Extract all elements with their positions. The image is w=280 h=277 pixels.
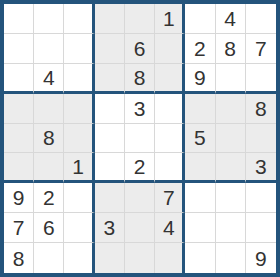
sudoku-cell-r1c3[interactable]	[64, 4, 94, 34]
sudoku-cell-r4c2[interactable]	[34, 94, 64, 124]
sudoku-cell-r4c5[interactable]: 3	[125, 94, 155, 124]
sudoku-cell-r5c3[interactable]	[64, 124, 94, 154]
sudoku-cell-r9c3[interactable]	[64, 243, 94, 273]
sudoku-cell-r9c9[interactable]: 9	[246, 243, 276, 273]
sudoku-cell-r6c9[interactable]: 3	[246, 153, 276, 183]
sudoku-cell-r8c3[interactable]	[64, 213, 94, 243]
sudoku-cell-r5c5[interactable]	[125, 124, 155, 154]
sudoku-cell-r2c1[interactable]	[4, 34, 34, 64]
sudoku-cell-r7c2[interactable]: 2	[34, 183, 64, 213]
sudoku-cell-r5c7[interactable]: 5	[185, 124, 215, 154]
sudoku-cell-r6c8[interactable]	[216, 153, 246, 183]
sudoku-cell-r1c6[interactable]: 1	[155, 4, 185, 34]
sudoku-cell-r1c7[interactable]	[185, 4, 215, 34]
sudoku-cell-r6c7[interactable]	[185, 153, 215, 183]
sudoku-cell-r6c5[interactable]: 2	[125, 153, 155, 183]
sudoku-cell-r3c7[interactable]: 9	[185, 64, 215, 94]
sudoku-cell-r9c8[interactable]	[216, 243, 246, 273]
sudoku-cell-r4c9[interactable]: 8	[246, 94, 276, 124]
sudoku-cell-r7c6[interactable]: 7	[155, 183, 185, 213]
sudoku-cell-r6c1[interactable]	[4, 153, 34, 183]
sudoku-cell-r8c1[interactable]: 7	[4, 213, 34, 243]
sudoku-cell-r8c4[interactable]: 3	[95, 213, 125, 243]
sudoku-cell-r5c9[interactable]	[246, 124, 276, 154]
sudoku-board: 1462874893885123927763489	[0, 0, 280, 277]
sudoku-cell-r6c4[interactable]	[95, 153, 125, 183]
sudoku-cell-r9c4[interactable]	[95, 243, 125, 273]
sudoku-cell-r7c8[interactable]	[216, 183, 246, 213]
sudoku-cell-r5c2[interactable]: 8	[34, 124, 64, 154]
sudoku-cell-r9c7[interactable]	[185, 243, 215, 273]
sudoku-cell-r1c2[interactable]	[34, 4, 64, 34]
sudoku-cell-r8c2[interactable]: 6	[34, 213, 64, 243]
sudoku-cell-r4c1[interactable]	[4, 94, 34, 124]
sudoku-cell-r3c6[interactable]	[155, 64, 185, 94]
sudoku-cell-r2c7[interactable]: 2	[185, 34, 215, 64]
sudoku-cell-r4c7[interactable]	[185, 94, 215, 124]
sudoku-cell-r1c9[interactable]	[246, 4, 276, 34]
sudoku-cell-r5c8[interactable]	[216, 124, 246, 154]
sudoku-cell-r2c9[interactable]: 7	[246, 34, 276, 64]
sudoku-cell-r7c5[interactable]	[125, 183, 155, 213]
sudoku-cell-r5c1[interactable]	[4, 124, 34, 154]
sudoku-cell-r2c2[interactable]	[34, 34, 64, 64]
sudoku-cell-r4c4[interactable]	[95, 94, 125, 124]
sudoku-cell-r7c1[interactable]: 9	[4, 183, 34, 213]
sudoku-cell-r2c5[interactable]: 6	[125, 34, 155, 64]
sudoku-cell-r3c5[interactable]: 8	[125, 64, 155, 94]
sudoku-cell-r2c8[interactable]: 8	[216, 34, 246, 64]
sudoku-cell-r3c9[interactable]	[246, 64, 276, 94]
sudoku-cell-r1c4[interactable]	[95, 4, 125, 34]
sudoku-cell-r9c6[interactable]	[155, 243, 185, 273]
sudoku-cell-r3c3[interactable]	[64, 64, 94, 94]
sudoku-cell-r1c5[interactable]	[125, 4, 155, 34]
sudoku-cell-r3c8[interactable]	[216, 64, 246, 94]
sudoku-cell-r8c8[interactable]	[216, 213, 246, 243]
sudoku-cell-r5c6[interactable]	[155, 124, 185, 154]
sudoku-cell-r6c6[interactable]	[155, 153, 185, 183]
sudoku-cell-r4c6[interactable]	[155, 94, 185, 124]
sudoku-cell-r3c2[interactable]: 4	[34, 64, 64, 94]
sudoku-cell-r7c3[interactable]	[64, 183, 94, 213]
sudoku-cell-r8c7[interactable]	[185, 213, 215, 243]
sudoku-cell-r6c3[interactable]: 1	[64, 153, 94, 183]
sudoku-cell-r9c1[interactable]: 8	[4, 243, 34, 273]
sudoku-cell-r2c4[interactable]	[95, 34, 125, 64]
sudoku-cell-r5c4[interactable]	[95, 124, 125, 154]
sudoku-cell-r8c5[interactable]	[125, 213, 155, 243]
sudoku-cell-r1c1[interactable]	[4, 4, 34, 34]
sudoku-cell-r7c7[interactable]	[185, 183, 215, 213]
sudoku-cell-r8c9[interactable]	[246, 213, 276, 243]
sudoku-cell-r7c4[interactable]	[95, 183, 125, 213]
sudoku-cell-r3c4[interactable]	[95, 64, 125, 94]
sudoku-cell-r9c5[interactable]	[125, 243, 155, 273]
sudoku-cell-r7c9[interactable]	[246, 183, 276, 213]
sudoku-cell-r4c8[interactable]	[216, 94, 246, 124]
sudoku-cell-r3c1[interactable]	[4, 64, 34, 94]
sudoku-cell-r6c2[interactable]	[34, 153, 64, 183]
sudoku-cell-r8c6[interactable]: 4	[155, 213, 185, 243]
sudoku-cell-r9c2[interactable]	[34, 243, 64, 273]
sudoku-cell-r4c3[interactable]	[64, 94, 94, 124]
sudoku-cell-r1c8[interactable]: 4	[216, 4, 246, 34]
sudoku-cell-r2c3[interactable]	[64, 34, 94, 64]
sudoku-cell-r2c6[interactable]	[155, 34, 185, 64]
